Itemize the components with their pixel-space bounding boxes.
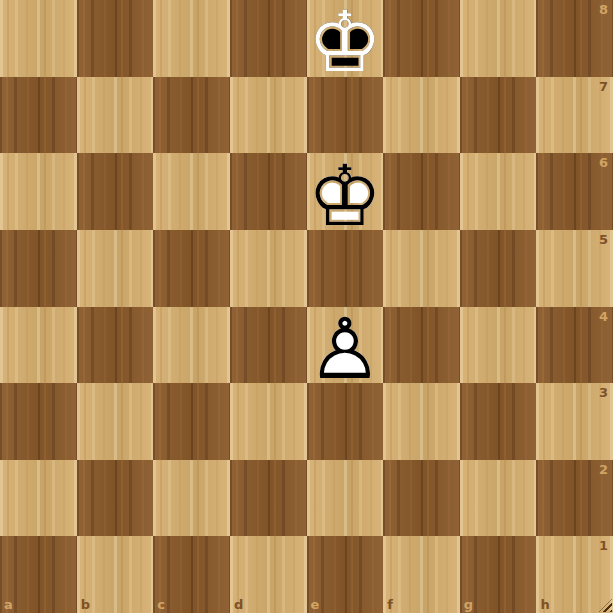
square-b2[interactable]	[77, 460, 154, 537]
square-f4[interactable]	[383, 307, 460, 384]
square-d8[interactable]	[230, 0, 307, 77]
square-a7[interactable]	[0, 77, 77, 154]
square-c2[interactable]	[153, 460, 230, 537]
square-h6[interactable]	[536, 153, 613, 230]
square-f3[interactable]	[383, 383, 460, 460]
square-d5[interactable]	[230, 230, 307, 307]
square-d6[interactable]	[230, 153, 307, 230]
square-b5[interactable]	[77, 230, 154, 307]
square-c7[interactable]	[153, 77, 230, 154]
square-c3[interactable]	[153, 383, 230, 460]
square-h4[interactable]	[536, 307, 613, 384]
white-pawn-outline-glyph: ♙	[307, 307, 382, 391]
square-a6[interactable]	[0, 153, 77, 230]
square-c8[interactable]	[153, 0, 230, 77]
piece-white-pawn[interactable]: ♟♙	[307, 307, 384, 384]
square-d7[interactable]	[230, 77, 307, 154]
square-f8[interactable]	[383, 0, 460, 77]
square-b7[interactable]	[77, 77, 154, 154]
square-f2[interactable]	[383, 460, 460, 537]
square-a2[interactable]	[0, 460, 77, 537]
square-f7[interactable]	[383, 77, 460, 154]
square-g7[interactable]	[460, 77, 537, 154]
square-d2[interactable]	[230, 460, 307, 537]
square-a1[interactable]	[0, 536, 77, 613]
square-g6[interactable]	[460, 153, 537, 230]
square-d4[interactable]	[230, 307, 307, 384]
square-b1[interactable]	[77, 536, 154, 613]
square-f6[interactable]	[383, 153, 460, 230]
square-g8[interactable]	[460, 0, 537, 77]
square-e4[interactable]: ♟♙	[307, 307, 384, 384]
square-e8[interactable]: ♚♔	[307, 0, 384, 77]
square-e1[interactable]	[307, 536, 384, 613]
square-e2[interactable]	[307, 460, 384, 537]
square-d3[interactable]	[230, 383, 307, 460]
square-c4[interactable]	[153, 307, 230, 384]
square-g5[interactable]	[460, 230, 537, 307]
black-king-outline-glyph: ♔	[307, 0, 382, 84]
square-h8[interactable]	[536, 0, 613, 77]
square-a4[interactable]	[0, 307, 77, 384]
square-b3[interactable]	[77, 383, 154, 460]
square-h2[interactable]	[536, 460, 613, 537]
square-g3[interactable]	[460, 383, 537, 460]
square-h7[interactable]	[536, 77, 613, 154]
square-b4[interactable]	[77, 307, 154, 384]
square-c5[interactable]	[153, 230, 230, 307]
square-b8[interactable]	[77, 0, 154, 77]
square-c1[interactable]	[153, 536, 230, 613]
square-f1[interactable]	[383, 536, 460, 613]
square-b6[interactable]	[77, 153, 154, 230]
square-g1[interactable]	[460, 536, 537, 613]
piece-black-king[interactable]: ♚♔	[307, 0, 384, 77]
square-g4[interactable]	[460, 307, 537, 384]
square-h1[interactable]	[536, 536, 613, 613]
chess-board: ♚♔♚♔♟♙87654321abcdefgh	[0, 0, 613, 613]
square-a5[interactable]	[0, 230, 77, 307]
square-a8[interactable]	[0, 0, 77, 77]
piece-white-king[interactable]: ♚♔	[307, 153, 384, 230]
square-f5[interactable]	[383, 230, 460, 307]
square-c6[interactable]	[153, 153, 230, 230]
square-g2[interactable]	[460, 460, 537, 537]
square-h5[interactable]	[536, 230, 613, 307]
square-d1[interactable]	[230, 536, 307, 613]
square-h3[interactable]	[536, 383, 613, 460]
square-e6[interactable]: ♚♔	[307, 153, 384, 230]
square-a3[interactable]	[0, 383, 77, 460]
white-king-outline-glyph: ♔	[307, 154, 382, 238]
